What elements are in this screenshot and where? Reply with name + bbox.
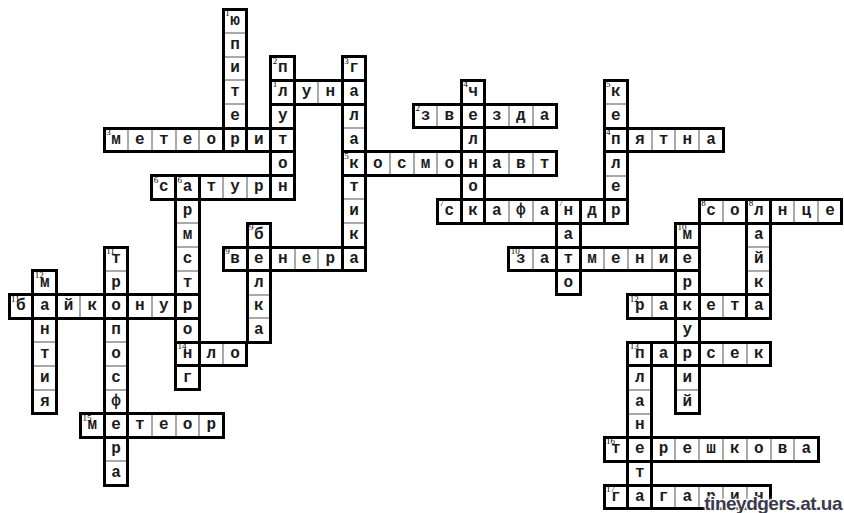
crossword-cell[interactable]: а	[342, 128, 366, 152]
crossword-cell[interactable]: т	[723, 295, 747, 319]
cell-letter: и	[40, 370, 50, 386]
clue-number: 7	[558, 199, 563, 208]
cell-letter: е	[254, 251, 264, 267]
crossword-cell[interactable]: п2	[271, 57, 295, 81]
crossword-cell[interactable]: а	[628, 485, 652, 509]
cell-letter: и	[659, 251, 669, 267]
crossword-cell[interactable]: т	[628, 461, 652, 485]
clue-number: 1	[273, 80, 278, 89]
cell-letter: р	[659, 441, 669, 457]
crossword-cell[interactable]: с	[104, 366, 128, 390]
cell-letter: т	[183, 275, 193, 291]
crossword-cell[interactable]: с	[699, 342, 723, 366]
crossword-cell[interactable]: о	[176, 414, 200, 438]
cell-letter: й	[64, 298, 74, 314]
crossword-cell[interactable]: ч4	[461, 80, 485, 104]
crossword-cell[interactable]: а	[533, 104, 557, 128]
cell-letter: а	[111, 465, 121, 481]
cell-letter: т	[278, 132, 288, 148]
crossword-cell[interactable]: и	[223, 57, 247, 81]
cell-letter: ф	[516, 203, 526, 219]
cell-letter: в	[444, 108, 454, 124]
cell-letter: т	[349, 179, 359, 195]
cell-letter: о	[278, 156, 288, 172]
crossword-cell[interactable]: к5	[342, 152, 366, 176]
crossword-cell[interactable]: с7	[437, 199, 461, 223]
crossword-cell[interactable]: л	[342, 104, 366, 128]
crossword-cell[interactable]: т11	[104, 247, 128, 271]
crossword-cell[interactable]: т	[152, 128, 176, 152]
clue-number: 13	[630, 342, 639, 351]
cell-letter: р	[183, 298, 193, 314]
crossword-cell[interactable]: р	[104, 437, 128, 461]
crossword-cell[interactable]: д	[580, 199, 604, 223]
crossword-cell[interactable]: о	[176, 318, 200, 342]
cell-letter: а	[706, 132, 716, 148]
crossword-cell[interactable]: з2	[414, 104, 438, 128]
cell-letter: к	[254, 298, 264, 314]
crossword-cell[interactable]: а	[485, 199, 509, 223]
crossword-cell[interactable]: и	[342, 199, 366, 223]
watermark: tineydgers.at.ua	[704, 493, 842, 513]
crossword-cell[interactable]: е	[818, 199, 842, 223]
crossword-cell[interactable]: а	[533, 247, 557, 271]
crossword-cell[interactable]: н	[461, 152, 485, 176]
crossword-cell[interactable]: в	[771, 437, 795, 461]
crossword-cell[interactable]: и	[247, 128, 271, 152]
crossword-cell[interactable]: а	[628, 390, 652, 414]
crossword-cell[interactable]: р	[176, 199, 200, 223]
clue-number: 10	[677, 223, 686, 232]
crossword-cell[interactable]: а	[747, 223, 771, 247]
cell-letter: р	[325, 251, 335, 267]
crossword-cell[interactable]: к	[747, 271, 771, 295]
cell-letter: а	[659, 346, 669, 362]
cell-letter: е	[611, 179, 621, 195]
crossword-cell[interactable]: п13	[628, 342, 652, 366]
crossword-cell[interactable]: т16	[604, 437, 628, 461]
crossword-cell[interactable]: с6	[152, 176, 176, 200]
cell-letter: г	[183, 370, 193, 386]
crossword-cell[interactable]: н7	[556, 199, 580, 223]
crossword-cell[interactable]: е	[699, 295, 723, 319]
crossword-cell[interactable]: и	[33, 366, 57, 390]
cell-letter: я	[40, 394, 50, 410]
crossword-cell[interactable]: у	[295, 80, 319, 104]
cell-letter: т	[230, 84, 240, 100]
crossword-cell[interactable]: р	[652, 437, 676, 461]
crossword-cell[interactable]: е	[461, 104, 485, 128]
crossword-cell[interactable]: к	[723, 437, 747, 461]
cell-letter: п	[111, 322, 121, 338]
crossword-cell[interactable]: е	[723, 342, 747, 366]
cell-letter: а	[349, 251, 359, 267]
crossword-cell[interactable]: м15	[80, 414, 104, 438]
cell-letter: г	[659, 489, 669, 505]
clue-number: 2	[273, 57, 278, 66]
cell-letter: к	[730, 441, 740, 457]
cell-letter: к	[349, 156, 359, 172]
cell-letter: д	[516, 108, 526, 124]
cell-letter: и	[682, 370, 692, 386]
crossword-cell[interactable]: а	[675, 485, 699, 509]
crossword-cell[interactable]: к	[747, 342, 771, 366]
crossword-cell[interactable]: а	[699, 128, 723, 152]
crossword-cell[interactable]: ю1	[223, 9, 247, 33]
crossword-cell[interactable]: г17	[604, 485, 628, 509]
crossword-cell[interactable]: н	[33, 318, 57, 342]
crossword-cell[interactable]: й	[57, 295, 81, 319]
cell-letter: и	[230, 60, 240, 76]
crossword-cell[interactable]: т	[342, 176, 366, 200]
crossword-cell[interactable]: м	[414, 152, 438, 176]
crossword-cell[interactable]: р	[199, 414, 223, 438]
crossword-cell[interactable]: р	[223, 128, 247, 152]
crossword-cell[interactable]: н	[628, 414, 652, 438]
crossword-cell[interactable]: к	[80, 295, 104, 319]
crossword-cell[interactable]: м	[580, 247, 604, 271]
crossword-cell[interactable]: г	[176, 366, 200, 390]
crossword-cell[interactable]: к	[342, 223, 366, 247]
crossword-cell[interactable]: с	[390, 152, 414, 176]
cell-letter: л	[635, 370, 645, 386]
crossword-cell[interactable]: а	[342, 247, 366, 271]
crossword-page: л1уназ2вездам3етеоритп4ятнак5осмонавтс6а…	[0, 0, 844, 513]
crossword-cell[interactable]: к	[675, 295, 699, 319]
crossword-cell[interactable]: у	[675, 318, 699, 342]
clue-number: 15	[82, 414, 91, 423]
crossword-cell[interactable]: л	[247, 271, 271, 295]
crossword-cell[interactable]: а	[794, 437, 818, 461]
cell-letter: п	[278, 60, 288, 76]
cell-letter: о	[111, 346, 121, 362]
crossword-cell[interactable]: т	[556, 247, 580, 271]
cell-letter: т	[635, 465, 645, 481]
cell-letter: т	[135, 417, 145, 433]
clue-number: 9	[249, 223, 254, 232]
cell-letter: и	[349, 203, 359, 219]
clue-number: 3	[106, 128, 111, 137]
crossword-cell[interactable]: е	[604, 247, 628, 271]
cell-letter: р	[183, 203, 193, 219]
cell-letter: м	[587, 251, 597, 267]
crossword-cell[interactable]: в	[509, 152, 533, 176]
cell-letter: р	[254, 179, 264, 195]
cell-letter: о	[183, 417, 193, 433]
cell-letter: е	[302, 251, 312, 267]
crossword-cell[interactable]: о	[723, 199, 747, 223]
cell-letter: е	[730, 346, 740, 362]
cell-letter: а	[682, 489, 692, 505]
cell-letter: к	[682, 298, 692, 314]
crossword-cell[interactable]: в	[437, 104, 461, 128]
crossword-cell[interactable]: с	[176, 247, 200, 271]
cell-letter: а	[254, 322, 264, 338]
crossword-cell[interactable]: о	[437, 152, 461, 176]
cell-letter: т	[159, 132, 169, 148]
crossword-cell[interactable]: н	[128, 295, 152, 319]
clue-number: 5	[606, 80, 611, 89]
cell-letter: м	[421, 156, 431, 172]
cell-letter: о	[373, 156, 383, 172]
crossword-cell[interactable]: з	[485, 104, 509, 128]
crossword-cell[interactable]: г3	[342, 57, 366, 81]
clue-number: 12	[35, 271, 44, 280]
cell-letter: о	[563, 275, 573, 291]
cell-letter: е	[611, 251, 621, 267]
crossword-cell[interactable]: о	[556, 271, 580, 295]
cell-letter: е	[682, 251, 692, 267]
cell-letter: г	[349, 60, 359, 76]
crossword-cell[interactable]: а	[556, 223, 580, 247]
crossword-cell[interactable]: л	[461, 128, 485, 152]
crossword-cell[interactable]: б9	[247, 223, 271, 247]
crossword-cell[interactable]: а6	[176, 176, 200, 200]
crossword-cell[interactable]: е	[675, 437, 699, 461]
cell-letter: с	[159, 179, 169, 195]
crossword-cell[interactable]: й	[747, 247, 771, 271]
cell-letter: м	[111, 132, 121, 148]
cell-letter: в	[778, 441, 788, 457]
crossword-cell[interactable]: е	[675, 247, 699, 271]
cell-letter: о	[183, 322, 193, 338]
clue-number: 12	[630, 295, 639, 304]
crossword-cell[interactable]: т	[652, 128, 676, 152]
clue-number: 16	[606, 437, 615, 446]
cell-letter: л	[611, 156, 621, 172]
cell-letter: к	[754, 275, 764, 291]
crossword-cell[interactable]: и	[652, 247, 676, 271]
crossword-cell[interactable]: е	[152, 414, 176, 438]
cell-letter: з	[421, 108, 431, 124]
cell-letter: е	[635, 441, 645, 457]
cell-letter: к	[349, 227, 359, 243]
crossword-cell[interactable]: к	[461, 199, 485, 223]
crossword-cell[interactable]: т	[271, 128, 295, 152]
crossword-cell[interactable]: е	[104, 414, 128, 438]
crossword-cell[interactable]: а	[533, 199, 557, 223]
crossword-cell[interactable]: у	[223, 176, 247, 200]
cell-letter: е	[825, 203, 835, 219]
clue-number: 9	[225, 247, 230, 256]
cell-letter: м	[183, 227, 193, 243]
cell-letter: е	[135, 132, 145, 148]
crossword-cell[interactable]: ф	[104, 390, 128, 414]
clue-number: 4	[606, 128, 611, 137]
clue-number: 17	[606, 485, 615, 494]
crossword-cell[interactable]: р	[675, 271, 699, 295]
crossword-cell[interactable]: з10	[509, 247, 533, 271]
cell-letter: п	[611, 132, 621, 148]
crossword-cell[interactable]: е	[176, 128, 200, 152]
cell-letter: р	[611, 203, 621, 219]
crossword-cell[interactable]: д	[509, 104, 533, 128]
crossword-cell[interactable]: т	[33, 342, 57, 366]
cell-letter: н	[635, 251, 645, 267]
crossword-cell[interactable]: а	[747, 295, 771, 319]
clue-number: 11	[11, 295, 20, 304]
crossword-cell[interactable]: о	[366, 152, 390, 176]
crossword-cell[interactable]: н	[675, 128, 699, 152]
crossword-cell[interactable]: н	[771, 199, 795, 223]
cell-letter: н	[278, 251, 288, 267]
crossword-cell[interactable]: т	[533, 152, 557, 176]
crossword-cell[interactable]: у	[152, 295, 176, 319]
cell-letter: б	[254, 227, 264, 243]
crossword-cell[interactable]: е	[247, 247, 271, 271]
crossword-cell[interactable]: ф	[509, 199, 533, 223]
crossword-cell[interactable]: г	[652, 485, 676, 509]
crossword-cell[interactable]: п	[104, 318, 128, 342]
crossword-cell[interactable]: р	[176, 295, 200, 319]
crossword-cell[interactable]: н14	[176, 342, 200, 366]
cell-letter: о	[444, 156, 454, 172]
crossword-cell[interactable]: н	[271, 247, 295, 271]
cell-letter: в	[516, 156, 526, 172]
cell-letter: о	[730, 203, 740, 219]
clue-number: 3	[344, 57, 349, 66]
crossword-cell[interactable]: о	[104, 295, 128, 319]
crossword-cell[interactable]: н	[318, 80, 342, 104]
crossword-cell[interactable]: а	[652, 295, 676, 319]
crossword-cell[interactable]: р	[247, 176, 271, 200]
clue-number: 8	[749, 199, 754, 208]
cell-letter: р	[682, 346, 692, 362]
cell-letter: н	[468, 156, 478, 172]
crossword-cell[interactable]: а	[33, 295, 57, 319]
cell-letter: е	[111, 417, 121, 433]
crossword-cell[interactable]: ц	[794, 199, 818, 223]
crossword-cell[interactable]: н	[271, 176, 295, 200]
cell-letter: ц	[801, 203, 811, 219]
cell-letter: а	[563, 227, 573, 243]
cell-letter: у	[682, 322, 692, 338]
cell-letter: о	[111, 298, 121, 314]
crossword-cell[interactable]: к5	[604, 80, 628, 104]
crossword-cell[interactable]: е	[295, 247, 319, 271]
crossword-cell[interactable]: т	[199, 176, 223, 200]
cell-letter: с	[444, 203, 454, 219]
crossword-cell[interactable]: м10	[675, 223, 699, 247]
crossword-cell[interactable]: н	[628, 247, 652, 271]
cell-letter: й	[754, 251, 764, 267]
cell-letter: р	[111, 275, 121, 291]
crossword-cell[interactable]: с8	[699, 199, 723, 223]
cell-letter: л	[278, 84, 288, 100]
crossword-cell[interactable]: п	[223, 33, 247, 57]
crossword-cell[interactable]: о	[199, 128, 223, 152]
crossword-cell[interactable]: л8	[747, 199, 771, 223]
cell-letter: а	[540, 108, 550, 124]
crossword-cell[interactable]: п4	[604, 128, 628, 152]
crossword-cell[interactable]: к	[247, 295, 271, 319]
crossword-cell[interactable]: л1	[271, 80, 295, 104]
crossword-cell[interactable]: б11	[9, 295, 33, 319]
crossword-cell[interactable]: е	[628, 437, 652, 461]
cell-letter: н	[563, 203, 573, 219]
cell-letter: а	[40, 298, 50, 314]
crossword-cell[interactable]: т	[128, 414, 152, 438]
crossword-cell[interactable]: у	[271, 104, 295, 128]
cell-letter: р	[682, 275, 692, 291]
clue-number: 5	[344, 152, 349, 161]
cell-letter: у	[159, 298, 169, 314]
cell-letter: н	[40, 322, 50, 338]
crossword-cell[interactable]: о	[223, 342, 247, 366]
cell-letter: н	[778, 203, 788, 219]
crossword-cell[interactable]: о	[461, 176, 485, 200]
cell-letter: а	[801, 441, 811, 457]
crossword-cell[interactable]: и	[675, 366, 699, 390]
cell-letter: н	[635, 417, 645, 433]
crossword-cell[interactable]: й	[675, 390, 699, 414]
crossword-cell[interactable]: о	[747, 437, 771, 461]
cell-letter: а	[492, 203, 502, 219]
crossword-cell[interactable]: я	[33, 390, 57, 414]
crossword-cell[interactable]: р	[318, 247, 342, 271]
crossword-cell[interactable]: р	[675, 342, 699, 366]
cell-letter: и	[254, 132, 264, 148]
cell-letter: а	[183, 179, 193, 195]
cell-letter: т	[40, 346, 50, 362]
crossword-cell[interactable]: р	[104, 271, 128, 295]
cell-letter: о	[206, 132, 216, 148]
crossword-cell[interactable]: р	[604, 199, 628, 223]
cell-letter: а	[635, 489, 645, 505]
crossword-cell[interactable]: о	[271, 152, 295, 176]
crossword-cell[interactable]: т	[223, 80, 247, 104]
clue-number: 6	[178, 176, 183, 185]
crossword-cell[interactable]: м3	[104, 128, 128, 152]
cell-letter: а	[492, 156, 502, 172]
cell-letter: о	[230, 346, 240, 362]
cell-letter: т	[730, 298, 740, 314]
cell-letter: л	[754, 203, 764, 219]
crossword-cell[interactable]: л	[604, 152, 628, 176]
crossword-cell[interactable]: ш	[699, 437, 723, 461]
crossword-cell[interactable]: а	[342, 80, 366, 104]
clue-number: 6	[154, 176, 159, 185]
cell-letter: а	[635, 394, 645, 410]
crossword-cell[interactable]: л	[628, 366, 652, 390]
crossword-cell[interactable]: о	[104, 342, 128, 366]
crossword-cell[interactable]: а	[485, 152, 509, 176]
cell-letter: р	[230, 132, 240, 148]
cell-letter: л	[349, 108, 359, 124]
cell-letter: н	[682, 132, 692, 148]
cell-letter: а	[659, 298, 669, 314]
crossword-cell[interactable]: а	[652, 342, 676, 366]
crossword-cell[interactable]: т	[176, 271, 200, 295]
crossword-cell[interactable]: е	[223, 104, 247, 128]
crossword-cell[interactable]: р12	[628, 295, 652, 319]
cell-letter: н	[278, 179, 288, 195]
cell-letter: с	[111, 370, 121, 386]
cell-letter: о	[754, 441, 764, 457]
crossword-cell[interactable]: а	[104, 461, 128, 485]
crossword-cell[interactable]: в9	[223, 247, 247, 271]
crossword-cell[interactable]: е	[604, 176, 628, 200]
crossword-cell[interactable]: е	[604, 104, 628, 128]
crossword-cell[interactable]: я	[628, 128, 652, 152]
crossword-cell[interactable]: м12	[33, 271, 57, 295]
clue-number: 14	[178, 342, 187, 351]
crossword-cell[interactable]: е	[128, 128, 152, 152]
crossword-cell[interactable]: м	[176, 223, 200, 247]
cell-letter: й	[682, 394, 692, 410]
crossword-cell[interactable]: л	[199, 342, 223, 366]
crossword-cell[interactable]: а	[247, 318, 271, 342]
